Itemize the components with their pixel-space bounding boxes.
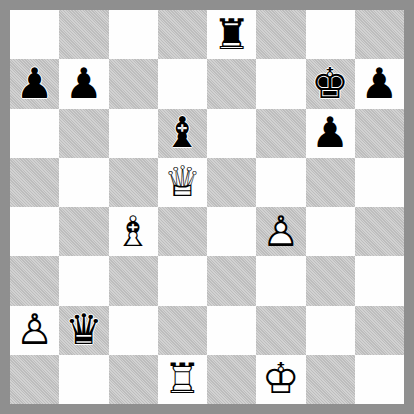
square-e6[interactable]	[207, 109, 256, 158]
square-e3[interactable]	[207, 256, 256, 305]
square-a1[interactable]	[10, 355, 59, 404]
square-d2[interactable]	[158, 306, 207, 355]
square-e4[interactable]	[207, 207, 256, 256]
piece-glyph: ♟	[311, 112, 349, 154]
piece-glyph: ♟	[361, 63, 399, 105]
square-g8[interactable]	[306, 10, 355, 59]
square-c8[interactable]	[109, 10, 158, 59]
square-d7[interactable]	[158, 59, 207, 108]
square-a7[interactable]: ♟	[10, 59, 59, 108]
square-h8[interactable]	[355, 10, 404, 59]
square-b4[interactable]	[59, 207, 108, 256]
square-f8[interactable]	[256, 10, 305, 59]
square-c3[interactable]	[109, 256, 158, 305]
square-g6[interactable]: ♟	[306, 109, 355, 158]
square-d8[interactable]	[158, 10, 207, 59]
square-h7[interactable]: ♟	[355, 59, 404, 108]
square-g2[interactable]	[306, 306, 355, 355]
square-b5[interactable]	[59, 158, 108, 207]
black-king-g7: ♚	[311, 63, 349, 105]
black-bishop-d6: ♝	[164, 112, 202, 154]
black-queen-b2: ♛	[65, 309, 103, 351]
white-king-f1: ♚♔	[262, 358, 300, 400]
black-pawn-g6: ♟	[311, 112, 349, 154]
piece-glyph: ♗	[114, 211, 152, 253]
piece-glyph: ♕	[164, 161, 202, 203]
square-h2[interactable]	[355, 306, 404, 355]
square-h5[interactable]	[355, 158, 404, 207]
white-queen-d5: ♛♕	[164, 161, 202, 203]
square-b3[interactable]	[59, 256, 108, 305]
chess-board-frame: ♜♟♟♚♟♝♟♛♕♝♗♟♙♟♙♛♜♖♚♔	[0, 0, 414, 414]
square-g5[interactable]	[306, 158, 355, 207]
square-a8[interactable]	[10, 10, 59, 59]
square-h3[interactable]	[355, 256, 404, 305]
square-a4[interactable]	[10, 207, 59, 256]
square-c5[interactable]	[109, 158, 158, 207]
white-rook-d1: ♜♖	[164, 358, 202, 400]
square-e2[interactable]	[207, 306, 256, 355]
square-h1[interactable]	[355, 355, 404, 404]
square-e8[interactable]: ♜	[207, 10, 256, 59]
square-f6[interactable]	[256, 109, 305, 158]
piece-glyph: ♜	[213, 14, 251, 56]
square-b8[interactable]	[59, 10, 108, 59]
piece-glyph: ♛	[65, 309, 103, 351]
white-bishop-c4: ♝♗	[114, 211, 152, 253]
white-pawn-f4: ♟♙	[262, 211, 300, 253]
square-g7[interactable]: ♚	[306, 59, 355, 108]
black-pawn-a7: ♟	[16, 63, 54, 105]
piece-glyph: ♟	[16, 63, 54, 105]
square-g3[interactable]	[306, 256, 355, 305]
square-f7[interactable]	[256, 59, 305, 108]
square-a2[interactable]: ♟♙	[10, 306, 59, 355]
square-c7[interactable]	[109, 59, 158, 108]
square-f2[interactable]	[256, 306, 305, 355]
square-a5[interactable]	[10, 158, 59, 207]
square-b2[interactable]: ♛	[59, 306, 108, 355]
square-h6[interactable]	[355, 109, 404, 158]
square-a6[interactable]	[10, 109, 59, 158]
square-g1[interactable]	[306, 355, 355, 404]
square-b6[interactable]	[59, 109, 108, 158]
square-c6[interactable]	[109, 109, 158, 158]
piece-glyph: ♟	[65, 63, 103, 105]
square-d6[interactable]: ♝	[158, 109, 207, 158]
chess-board: ♜♟♟♚♟♝♟♛♕♝♗♟♙♟♙♛♜♖♚♔	[10, 10, 404, 404]
square-a3[interactable]	[10, 256, 59, 305]
square-c1[interactable]	[109, 355, 158, 404]
piece-glyph: ♙	[16, 309, 54, 351]
square-b1[interactable]	[59, 355, 108, 404]
square-c4[interactable]: ♝♗	[109, 207, 158, 256]
piece-glyph: ♔	[262, 358, 300, 400]
square-f3[interactable]	[256, 256, 305, 305]
black-rook-e8: ♜	[213, 14, 251, 56]
white-pawn-a2: ♟♙	[16, 309, 54, 351]
piece-glyph: ♝	[164, 112, 202, 154]
square-d4[interactable]	[158, 207, 207, 256]
square-d1[interactable]: ♜♖	[158, 355, 207, 404]
square-e5[interactable]	[207, 158, 256, 207]
square-d3[interactable]	[158, 256, 207, 305]
black-pawn-h7: ♟	[361, 63, 399, 105]
square-f5[interactable]	[256, 158, 305, 207]
square-e1[interactable]	[207, 355, 256, 404]
piece-glyph: ♖	[164, 358, 202, 400]
square-f1[interactable]: ♚♔	[256, 355, 305, 404]
piece-glyph: ♚	[311, 63, 349, 105]
square-e7[interactable]	[207, 59, 256, 108]
piece-glyph: ♙	[262, 211, 300, 253]
square-h4[interactable]	[355, 207, 404, 256]
black-pawn-b7: ♟	[65, 63, 103, 105]
square-b7[interactable]: ♟	[59, 59, 108, 108]
square-g4[interactable]	[306, 207, 355, 256]
square-f4[interactable]: ♟♙	[256, 207, 305, 256]
square-c2[interactable]	[109, 306, 158, 355]
square-d5[interactable]: ♛♕	[158, 158, 207, 207]
